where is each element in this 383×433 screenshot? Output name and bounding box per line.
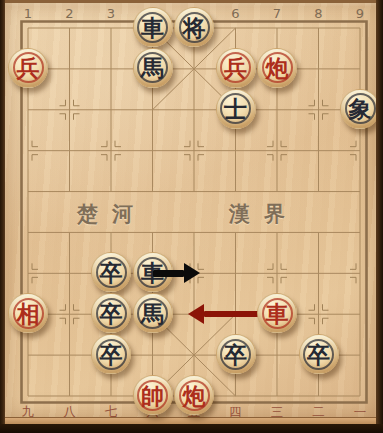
board-edge-left xyxy=(0,0,5,433)
piece-character: 象 xyxy=(349,97,372,120)
piece-black-general[interactable]: 将 xyxy=(174,7,214,47)
board-edge-bottom xyxy=(0,424,383,433)
piece-character: 馬 xyxy=(141,56,164,79)
piece-black-chariot[interactable]: 車 xyxy=(133,7,173,47)
piece-red-elephant[interactable]: 相 xyxy=(8,293,48,333)
piece-black-soldier[interactable]: 卒 xyxy=(299,334,339,374)
piece-character: 士 xyxy=(224,97,247,120)
piece-character: 車 xyxy=(266,302,289,325)
piece-black-horse[interactable]: 馬 xyxy=(133,48,173,88)
piece-character: 炮 xyxy=(183,384,206,407)
xiangqi-board-app: 123456789 九八七六五四三二一 楚河 漢界 車将兵馬兵炮士象卒車相卒馬車… xyxy=(0,0,383,433)
piece-black-soldier[interactable]: 卒 xyxy=(216,334,256,374)
piece-black-soldier[interactable]: 卒 xyxy=(91,334,131,374)
piece-character: 兵 xyxy=(17,56,40,79)
river-label-chu-he: 楚河 xyxy=(77,200,147,228)
piece-black-horse[interactable]: 馬 xyxy=(133,293,173,333)
piece-character: 馬 xyxy=(141,302,164,325)
piece-red-cannon[interactable]: 炮 xyxy=(174,375,214,415)
piece-character: 卒 xyxy=(100,302,123,325)
piece-black-advisor[interactable]: 士 xyxy=(216,89,256,129)
piece-black-chariot[interactable]: 車 xyxy=(133,252,173,292)
piece-character: 兵 xyxy=(224,56,247,79)
piece-character: 卒 xyxy=(224,343,247,366)
piece-black-soldier[interactable]: 卒 xyxy=(91,293,131,333)
piece-character: 卒 xyxy=(100,261,123,284)
piece-character: 車 xyxy=(141,261,164,284)
piece-character: 車 xyxy=(141,16,164,39)
piece-character: 卒 xyxy=(307,343,330,366)
piece-character: 卒 xyxy=(100,343,123,366)
piece-character: 将 xyxy=(183,16,206,39)
piece-red-cannon[interactable]: 炮 xyxy=(257,48,297,88)
river-label-han-jie: 漢界 xyxy=(229,200,299,228)
piece-red-soldier[interactable]: 兵 xyxy=(216,48,256,88)
piece-character: 炮 xyxy=(266,56,289,79)
board-edge-right xyxy=(376,0,383,433)
piece-character: 相 xyxy=(17,302,40,325)
piece-red-general[interactable]: 帥 xyxy=(133,375,173,415)
piece-red-soldier[interactable]: 兵 xyxy=(8,48,48,88)
piece-red-chariot[interactable]: 車 xyxy=(257,293,297,333)
piece-black-elephant[interactable]: 象 xyxy=(340,89,380,129)
piece-character: 帥 xyxy=(141,384,164,407)
